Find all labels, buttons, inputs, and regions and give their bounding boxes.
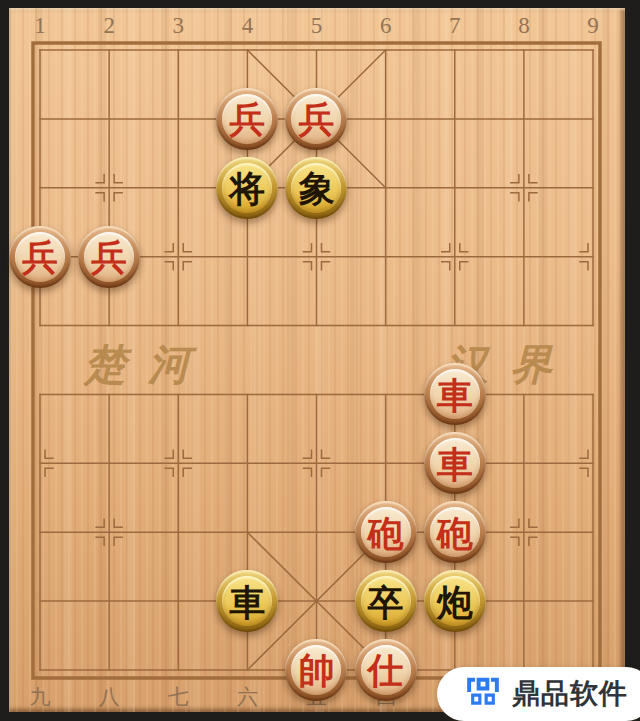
piece-face: 兵 (84, 232, 134, 282)
piece-face: 兵 (222, 94, 272, 144)
piece-face: 卒 (361, 576, 411, 626)
piece-glyph: 兵 (229, 100, 265, 137)
piece-glyph: 車 (437, 376, 473, 413)
xiangqi-app: 123456789 九八七六五四三二一 楚河 汉界 兵兵将象兵兵車車砲砲車卒炮帥… (0, 0, 640, 721)
red-chariot[interactable]: 車 (424, 432, 486, 494)
piece-face: 炮 (430, 576, 480, 626)
piece-glyph: 帥 (298, 651, 334, 688)
piece-glyph: 車 (437, 445, 473, 482)
pieces-layer: 兵兵将象兵兵車車砲砲車卒炮帥仕 (5, 16, 627, 705)
piece-face: 兵 (15, 232, 65, 282)
piece-glyph: 仕 (368, 651, 404, 688)
red-soldier[interactable]: 兵 (285, 88, 347, 150)
watermark: 鼎品软件 (437, 667, 640, 721)
piece-face: 将 (222, 163, 272, 213)
red-general[interactable]: 帥 (285, 639, 347, 701)
piece-glyph: 兵 (298, 100, 334, 137)
red-soldier[interactable]: 兵 (78, 226, 140, 288)
piece-glyph: 車 (229, 583, 265, 620)
piece-face: 車 (430, 369, 480, 419)
piece-face: 車 (222, 576, 272, 626)
piece-glyph: 炮 (437, 583, 473, 620)
piece-glyph: 卒 (368, 583, 404, 620)
piece-face: 帥 (291, 645, 341, 695)
piece-face: 砲 (361, 507, 411, 557)
dingpin-logo-icon (464, 673, 502, 715)
piece-glyph: 将 (229, 169, 265, 206)
red-cannon[interactable]: 砲 (355, 501, 417, 563)
black-cannon[interactable]: 炮 (424, 570, 486, 632)
piece-face: 仕 (361, 645, 411, 695)
black-general[interactable]: 将 (216, 157, 278, 219)
red-chariot[interactable]: 車 (424, 363, 486, 425)
piece-glyph: 兵 (91, 238, 127, 275)
red-soldier[interactable]: 兵 (9, 226, 71, 288)
piece-face: 象 (291, 163, 341, 213)
black-soldier[interactable]: 卒 (355, 570, 417, 632)
piece-face: 砲 (430, 507, 480, 557)
piece-glyph: 砲 (437, 514, 473, 551)
black-chariot[interactable]: 車 (216, 570, 278, 632)
piece-face: 車 (430, 438, 480, 488)
piece-glyph: 象 (298, 169, 334, 206)
piece-face: 兵 (291, 94, 341, 144)
red-soldier[interactable]: 兵 (216, 88, 278, 150)
red-cannon[interactable]: 砲 (424, 501, 486, 563)
red-advisor[interactable]: 仕 (355, 639, 417, 701)
piece-glyph: 兵 (22, 238, 58, 275)
piece-glyph: 砲 (368, 514, 404, 551)
watermark-text: 鼎品软件 (512, 675, 628, 713)
black-elephant[interactable]: 象 (285, 157, 347, 219)
